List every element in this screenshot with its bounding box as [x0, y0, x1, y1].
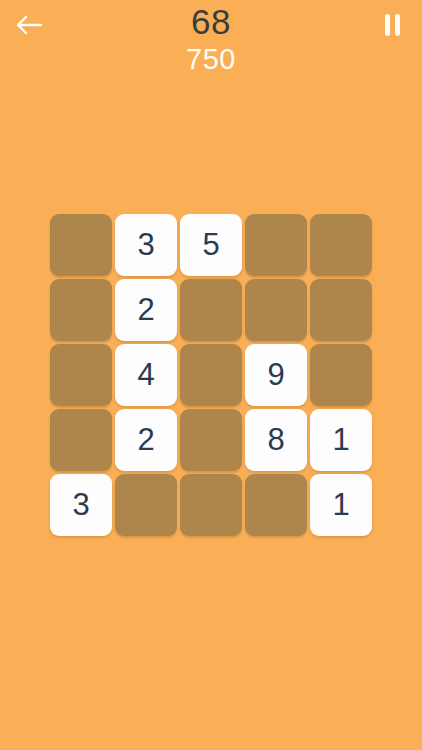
tile-number[interactable]: 8 [245, 409, 307, 471]
tile-number[interactable]: 1 [310, 474, 372, 536]
tile-blocked[interactable] [180, 279, 242, 341]
tile-blocked[interactable] [50, 409, 112, 471]
tile-blocked[interactable] [245, 474, 307, 536]
pause-icon [385, 14, 400, 36]
tile-blocked[interactable] [245, 214, 307, 276]
puzzle-board: 3524928131 [50, 214, 372, 536]
tile-blocked[interactable] [50, 279, 112, 341]
tile-number[interactable]: 2 [115, 279, 177, 341]
tile-blocked[interactable] [115, 474, 177, 536]
tile-blocked[interactable] [180, 344, 242, 406]
tile-blocked[interactable] [245, 279, 307, 341]
tile-blocked[interactable] [310, 214, 372, 276]
tile-number[interactable]: 3 [115, 214, 177, 276]
pause-button[interactable] [374, 8, 410, 42]
tile-number[interactable]: 9 [245, 344, 307, 406]
tile-blocked[interactable] [180, 474, 242, 536]
tile-number[interactable]: 5 [180, 214, 242, 276]
tile-number[interactable]: 1 [310, 409, 372, 471]
tile-number[interactable]: 3 [50, 474, 112, 536]
tile-number[interactable]: 4 [115, 344, 177, 406]
tile-blocked[interactable] [180, 409, 242, 471]
game-screen: 68 750 3524928131 [0, 0, 422, 750]
tile-blocked[interactable] [50, 344, 112, 406]
tile-blocked[interactable] [50, 214, 112, 276]
score-value: 750 [0, 43, 422, 75]
level-number: 68 [0, 0, 422, 44]
tile-blocked[interactable] [310, 279, 372, 341]
tile-number[interactable]: 2 [115, 409, 177, 471]
tile-blocked[interactable] [310, 344, 372, 406]
